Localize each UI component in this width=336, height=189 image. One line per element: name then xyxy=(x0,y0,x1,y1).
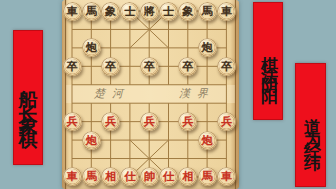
piece-glyph: 仕 xyxy=(124,171,135,182)
piece-glyph: 卒 xyxy=(67,60,78,71)
piece-black-soldier[interactable]: 卒 xyxy=(178,57,197,76)
piece-black-soldier[interactable]: 卒 xyxy=(63,57,82,76)
piece-glyph: 馬 xyxy=(202,5,213,16)
piece-glyph: 相 xyxy=(105,171,116,182)
piece-glyph: 士 xyxy=(163,5,174,16)
piece-black-horse[interactable]: 馬 xyxy=(82,2,101,21)
piece-red-cannon[interactable]: 炮 xyxy=(198,131,217,150)
piece-glyph: 炮 xyxy=(202,42,213,53)
piece-glyph: 將 xyxy=(144,5,155,16)
piece-black-advisor[interactable]: 士 xyxy=(159,2,178,21)
banner-top-right-calligraphy: 棋法阴阳 xyxy=(253,2,283,120)
piece-black-chariot[interactable]: 車 xyxy=(63,2,82,21)
piece-glyph: 馬 xyxy=(202,171,213,182)
river-label-chu: 楚河 xyxy=(94,86,130,102)
banner-bottom-right-calligraphy: 道为经纬 xyxy=(295,63,326,187)
piece-red-chariot[interactable]: 車 xyxy=(63,167,82,186)
piece-glyph: 帥 xyxy=(144,171,155,182)
piece-red-cannon[interactable]: 炮 xyxy=(82,131,101,150)
piece-glyph: 馬 xyxy=(86,171,97,182)
piece-glyph: 兵 xyxy=(144,116,155,127)
piece-glyph: 車 xyxy=(221,171,232,182)
piece-glyph: 士 xyxy=(124,5,135,16)
piece-glyph: 卒 xyxy=(182,60,193,71)
piece-glyph: 兵 xyxy=(105,116,116,127)
piece-glyph: 象 xyxy=(105,5,116,16)
piece-glyph: 象 xyxy=(182,5,193,16)
piece-red-soldier[interactable]: 兵 xyxy=(140,112,159,131)
piece-glyph: 車 xyxy=(67,171,78,182)
piece-glyph: 卒 xyxy=(105,60,116,71)
piece-glyph: 車 xyxy=(67,5,78,16)
piece-glyph: 炮 xyxy=(202,134,213,145)
banner-left-calligraphy: 船长象棋 xyxy=(13,30,43,165)
piece-black-soldier[interactable]: 卒 xyxy=(217,57,236,76)
piece-black-soldier[interactable]: 卒 xyxy=(101,57,120,76)
piece-black-advisor[interactable]: 士 xyxy=(120,2,139,21)
piece-glyph: 相 xyxy=(182,171,193,182)
piece-black-soldier[interactable]: 卒 xyxy=(140,57,159,76)
piece-glyph: 卒 xyxy=(221,60,232,71)
piece-black-general[interactable]: 將 xyxy=(140,2,159,21)
piece-black-cannon[interactable]: 炮 xyxy=(198,38,217,57)
river-label-han: 漢界 xyxy=(179,86,215,102)
piece-black-elephant[interactable]: 象 xyxy=(101,2,120,21)
piece-glyph: 仕 xyxy=(163,171,174,182)
piece-glyph: 兵 xyxy=(221,116,232,127)
piece-black-horse[interactable]: 馬 xyxy=(198,2,217,21)
piece-glyph: 兵 xyxy=(182,116,193,127)
piece-red-horse[interactable]: 馬 xyxy=(198,167,217,186)
video-thumbnail: 船长象棋 楚河 漢界 車馬象士將士象馬車炮炮卒卒卒卒卒兵兵兵兵兵炮炮車馬相仕帥仕… xyxy=(0,0,336,189)
piece-glyph: 炮 xyxy=(86,134,97,145)
piece-black-chariot[interactable]: 車 xyxy=(217,2,236,21)
piece-red-soldier[interactable]: 兵 xyxy=(217,112,236,131)
piece-glyph: 炮 xyxy=(86,42,97,53)
piece-glyph: 馬 xyxy=(86,5,97,16)
piece-glyph: 車 xyxy=(221,5,232,16)
xiangqi-board: 楚河 漢界 車馬象士將士象馬車炮炮卒卒卒卒卒兵兵兵兵兵炮炮車馬相仕帥仕相馬車 xyxy=(62,0,239,189)
piece-glyph: 兵 xyxy=(67,116,78,127)
piece-red-soldier[interactable]: 兵 xyxy=(63,112,82,131)
piece-black-elephant[interactable]: 象 xyxy=(178,2,197,21)
piece-glyph: 卒 xyxy=(144,60,155,71)
